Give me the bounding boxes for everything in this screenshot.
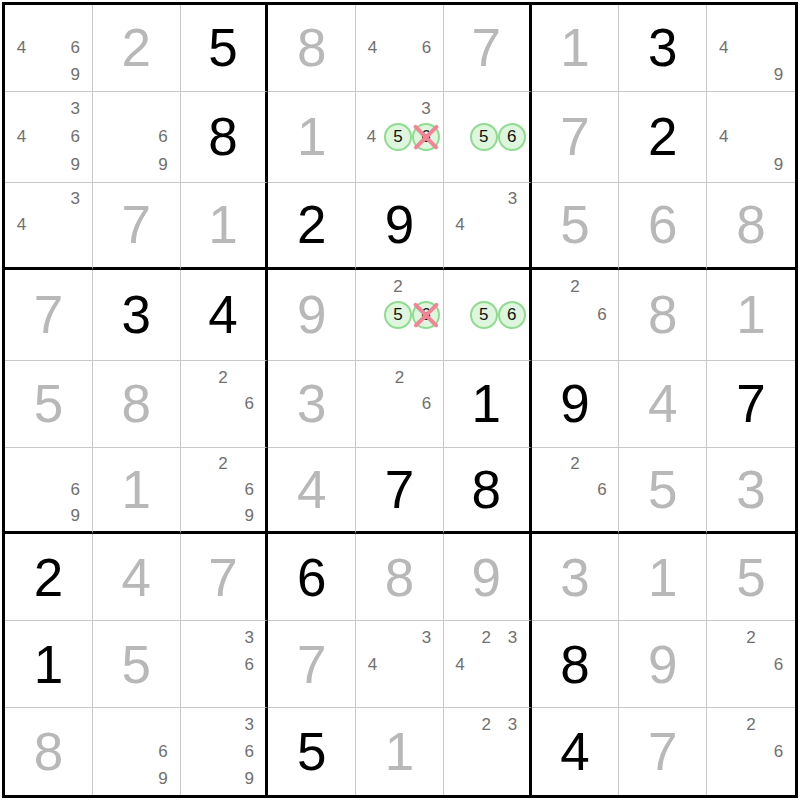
- candidate-slot-1: [8, 8, 35, 35]
- cell-r5c9[interactable]: 7: [707, 361, 795, 448]
- cell-value-8: 8: [472, 463, 501, 516]
- cell-value-1: 1: [385, 725, 414, 778]
- candidate-slot-9: [765, 765, 792, 792]
- cell-value-9: 9: [385, 198, 414, 251]
- candidate-slot-1: [447, 95, 470, 123]
- candidate-6[interactable]: 6: [71, 128, 80, 145]
- cell-value-7: 7: [560, 110, 589, 163]
- candidate-6[interactable]: 6: [412, 301, 440, 329]
- candidate-2[interactable]: 2: [218, 369, 227, 386]
- candidate-2[interactable]: 2: [395, 369, 404, 386]
- cell-r2c8[interactable]: 2: [619, 92, 707, 183]
- cell-value-8: 8: [121, 377, 150, 430]
- candidate-slot-6: 6: [589, 301, 616, 329]
- candidate-6[interactable]: 6: [244, 481, 253, 498]
- candidate-slot-3: [62, 451, 89, 477]
- candidate-slot-1: [710, 8, 737, 35]
- cell-r1c8[interactable]: 3: [619, 5, 707, 92]
- candidate-slot-2: [35, 451, 62, 477]
- cell-value-3: 3: [297, 377, 326, 430]
- cell-r7c9[interactable]: 5: [707, 534, 795, 621]
- candidate-slot-5: [737, 738, 764, 765]
- candidate-slot-7: [184, 417, 210, 444]
- candidate-2[interactable]: 2: [482, 629, 491, 646]
- candidate-slot-8: [35, 151, 62, 179]
- candidate-slot-6: [62, 212, 89, 238]
- candidate-9[interactable]: 9: [774, 66, 783, 83]
- candidate-slot-9: [499, 678, 525, 705]
- candidate-2[interactable]: 2: [746, 629, 755, 646]
- candidate-slot-7: [710, 151, 737, 179]
- cell-value-1: 1: [34, 638, 63, 691]
- candidate-slot-3: [413, 364, 440, 391]
- candidate-slot-3: [765, 711, 792, 738]
- candidate-slot-3: 3: [236, 711, 262, 738]
- candidate-5[interactable]: 5: [470, 123, 498, 151]
- cell-r9c5[interactable]: 1: [356, 708, 444, 795]
- candidate-slot-4: [8, 477, 35, 503]
- candidate-2[interactable]: 2: [482, 716, 491, 733]
- candidate-slot-3: [150, 95, 177, 123]
- cell-r7c3[interactable]: 7: [181, 534, 269, 621]
- candidate-slot-5: [210, 390, 236, 417]
- candidate-slot-6: 6: [412, 123, 440, 151]
- candidate-slot-6: 6: [236, 738, 262, 765]
- candidate-slot-5: [210, 477, 236, 503]
- cell-r7c5[interactable]: 8: [356, 534, 444, 621]
- candidate-slot-3: [765, 95, 792, 123]
- candidate-9[interactable]: 9: [71, 66, 80, 83]
- candidate-slot-5: [386, 390, 413, 417]
- candidate-slot-3: [765, 624, 792, 651]
- candidate-slot-1: [8, 451, 35, 477]
- cell-value-3: 3: [560, 551, 589, 604]
- candidate-3[interactable]: 3: [422, 629, 431, 646]
- candidate-slot-4: [96, 738, 123, 765]
- candidate-4[interactable]: 4: [455, 216, 464, 233]
- cell-value-1: 1: [560, 21, 589, 74]
- candidate-slot-2: 2: [562, 451, 589, 477]
- candidate-slot-8: [737, 151, 764, 179]
- candidate-2[interactable]: 2: [570, 455, 579, 472]
- cell-value-6: 6: [297, 551, 326, 604]
- cell-r8c1[interactable]: 1: [5, 621, 93, 708]
- candidate-slot-8: [737, 765, 764, 792]
- candidate-slot-4: 4: [8, 123, 35, 151]
- candidate-5[interactable]: 5: [384, 123, 412, 151]
- candidate-slot-8: [210, 502, 236, 528]
- candidate-6[interactable]: 6: [422, 395, 431, 412]
- candidate-slot-4: 4: [447, 651, 473, 678]
- cell-r3c9[interactable]: 8: [707, 183, 795, 270]
- candidate-slot-1: [535, 451, 562, 477]
- candidate-slot-5: [210, 738, 236, 765]
- candidate-slot-6: 6: [236, 390, 262, 417]
- cell-r6c8[interactable]: 5: [619, 448, 707, 535]
- candidate-slot-8: [386, 61, 413, 88]
- candidate-slot-3: 3: [62, 95, 89, 123]
- cell-r8c8[interactable]: 9: [619, 621, 707, 708]
- cell-r1c7[interactable]: 1: [532, 5, 620, 92]
- candidate-6[interactable]: 6: [498, 301, 526, 329]
- candidate-4[interactable]: 4: [719, 39, 728, 56]
- candidate-slot-2: [737, 95, 764, 123]
- candidate-slot-2: 2: [210, 364, 236, 391]
- cell-value-4: 4: [648, 377, 677, 430]
- candidate-slot-5: [562, 301, 589, 329]
- candidate-3[interactable]: 3: [421, 100, 430, 117]
- candidate-4[interactable]: 4: [719, 128, 728, 145]
- candidate-slot-8: [35, 502, 62, 528]
- cell-r6c1[interactable]: 69: [5, 448, 93, 535]
- candidate-slot-6: 6: [150, 123, 177, 151]
- candidate-4[interactable]: 4: [368, 656, 377, 673]
- cell-r7c4[interactable]: 6: [268, 534, 356, 621]
- cell-r3c6[interactable]: 34: [444, 183, 532, 270]
- candidate-slot-2: [473, 186, 499, 212]
- cell-r7c6[interactable]: 9: [444, 534, 532, 621]
- candidate-slot-5: [473, 738, 499, 765]
- cell-r3c8[interactable]: 6: [619, 183, 707, 270]
- candidate-6[interactable]: 6: [422, 39, 431, 56]
- candidate-slot-3: [236, 451, 262, 477]
- candidate-slot-3: [589, 273, 616, 301]
- candidate-slot-5: [737, 35, 764, 62]
- candidate-slot-4: [447, 738, 473, 765]
- candidate-3[interactable]: 3: [508, 629, 517, 646]
- candidate-slot-4: [359, 301, 384, 329]
- candidate-5[interactable]: 5: [470, 301, 498, 329]
- cell-r2c5[interactable]: 3456: [356, 92, 444, 183]
- candidate-slot-6: 6: [498, 123, 526, 151]
- cell-r4c6[interactable]: 56: [444, 270, 532, 361]
- candidate-slot-3: [62, 8, 89, 35]
- cell-r5c4[interactable]: 3: [268, 361, 356, 448]
- candidate-6[interactable]: 6: [498, 123, 526, 151]
- cell-r4c9[interactable]: 1: [707, 270, 795, 361]
- candidate-slot-2: 2: [384, 273, 412, 301]
- cell-value-5: 5: [121, 638, 150, 691]
- cell-r5c3[interactable]: 26: [181, 361, 269, 448]
- cell-r6c9[interactable]: 3: [707, 448, 795, 535]
- candidate-slot-9: [413, 417, 440, 444]
- cell-r1c1[interactable]: 469: [5, 5, 93, 92]
- cell-r5c7[interactable]: 9: [532, 361, 620, 448]
- candidate-slot-5: [386, 35, 413, 62]
- candidate-6[interactable]: 6: [244, 743, 253, 760]
- candidate-4[interactable]: 4: [367, 128, 376, 145]
- cell-r6c5[interactable]: 7: [356, 448, 444, 535]
- sudoku-app: 4692584671349346969813456567249347129345…: [0, 0, 800, 800]
- cell-r9c6[interactable]: 23: [444, 708, 532, 795]
- candidate-slot-4: [710, 738, 737, 765]
- candidate-slot-7: [96, 151, 123, 179]
- cell-value-8: 8: [736, 198, 765, 251]
- candidate-2[interactable]: 2: [570, 278, 579, 295]
- cell-r4c8[interactable]: 8: [619, 270, 707, 361]
- cell-r1c2[interactable]: 2: [93, 5, 181, 92]
- candidate-slot-1: [184, 624, 210, 651]
- candidate-slot-7: [8, 502, 35, 528]
- candidate-9[interactable]: 9: [71, 507, 80, 524]
- candidate-slot-3: 3: [499, 624, 525, 651]
- cell-r2c2[interactable]: 69: [93, 92, 181, 183]
- cell-value-5: 5: [34, 377, 63, 430]
- candidate-4[interactable]: 4: [17, 39, 26, 56]
- candidate-4[interactable]: 4: [455, 656, 464, 673]
- candidate-slot-9: [62, 238, 89, 264]
- candidate-6[interactable]: 6: [71, 481, 80, 498]
- candidate-slot-1: [447, 273, 470, 301]
- candidate-slot-4: [184, 738, 210, 765]
- cell-value-3: 3: [648, 21, 677, 74]
- cell-value-1: 1: [736, 288, 765, 341]
- cell-value-7: 7: [208, 551, 237, 604]
- candidate-slot-7: [359, 151, 384, 179]
- candidate-slot-9: [236, 417, 262, 444]
- cell-value-1: 1: [472, 377, 501, 430]
- cell-value-3: 3: [121, 288, 150, 341]
- cell-r7c2[interactable]: 4: [93, 534, 181, 621]
- candidate-slot-2: [35, 186, 62, 212]
- cell-r9c2[interactable]: 69: [93, 708, 181, 795]
- cell-value-4: 4: [297, 463, 326, 516]
- cell-r3c2[interactable]: 7: [93, 183, 181, 270]
- candidate-slot-6: [499, 738, 525, 765]
- candidate-slot-2: [210, 711, 236, 738]
- candidate-slot-5: [35, 212, 62, 238]
- candidate-slot-2: [386, 624, 413, 651]
- candidate-slot-4: [359, 390, 386, 417]
- cell-r9c4[interactable]: 5: [268, 708, 356, 795]
- candidate-slot-6: 6: [498, 301, 526, 329]
- cell-r6c7[interactable]: 26: [532, 448, 620, 535]
- candidate-6[interactable]: 6: [412, 123, 440, 151]
- candidate-slot-3: 3: [499, 186, 525, 212]
- cell-r9c9[interactable]: 26: [707, 708, 795, 795]
- cell-r9c7[interactable]: 4: [532, 708, 620, 795]
- cell-r2c7[interactable]: 7: [532, 92, 620, 183]
- candidate-slot-8: [473, 238, 499, 264]
- cell-r5c8[interactable]: 4: [619, 361, 707, 448]
- cell-r6c4[interactable]: 4: [268, 448, 356, 535]
- candidate-slot-7: [359, 417, 386, 444]
- cell-r5c2[interactable]: 8: [93, 361, 181, 448]
- candidate-slot-9: [589, 329, 616, 357]
- candidate-slot-3: [498, 95, 526, 123]
- cell-r9c1[interactable]: 8: [5, 708, 93, 795]
- candidate-slot-2: [384, 95, 412, 123]
- candidate-9[interactable]: 9: [244, 770, 253, 787]
- cell-r4c2[interactable]: 3: [93, 270, 181, 361]
- candidate-4[interactable]: 4: [17, 216, 26, 233]
- candidate-3[interactable]: 3: [244, 629, 253, 646]
- cell-value-5: 5: [208, 21, 237, 74]
- cell-r1c5[interactable]: 46: [356, 5, 444, 92]
- cell-r7c7[interactable]: 3: [532, 534, 620, 621]
- candidate-6[interactable]: 6: [158, 128, 167, 145]
- cell-r4c7[interactable]: 26: [532, 270, 620, 361]
- cell-value-8: 8: [560, 638, 589, 691]
- cell-r4c4[interactable]: 9: [268, 270, 356, 361]
- candidate-slot-8: [470, 151, 498, 179]
- candidate-6[interactable]: 6: [597, 481, 606, 498]
- cell-r5c6[interactable]: 1: [444, 361, 532, 448]
- cell-r2c1[interactable]: 3469: [5, 92, 93, 183]
- candidate-slot-4: 4: [8, 212, 35, 238]
- cell-r2c9[interactable]: 49: [707, 92, 795, 183]
- candidate-slot-1: [8, 186, 35, 212]
- candidate-slot-4: 4: [359, 123, 384, 151]
- cell-r5c1[interactable]: 5: [5, 361, 93, 448]
- candidate-slot-9: [499, 238, 525, 264]
- candidate-4[interactable]: 4: [368, 39, 377, 56]
- cell-r2c6[interactable]: 56: [444, 92, 532, 183]
- cell-value-5: 5: [648, 463, 677, 516]
- candidate-slot-7: [535, 329, 562, 357]
- cell-value-8: 8: [208, 110, 237, 163]
- candidate-9[interactable]: 9: [158, 156, 167, 173]
- candidate-slot-8: [35, 238, 62, 264]
- candidate-6[interactable]: 6: [597, 306, 606, 323]
- cell-r2c4[interactable]: 1: [268, 92, 356, 183]
- candidate-slot-3: 3: [62, 186, 89, 212]
- candidate-slot-1: [184, 364, 210, 391]
- candidate-3[interactable]: 3: [244, 716, 253, 733]
- candidate-5[interactable]: 5: [384, 301, 412, 329]
- cell-r6c3[interactable]: 269: [181, 448, 269, 535]
- cell-r3c3[interactable]: 1: [181, 183, 269, 270]
- cell-r3c5[interactable]: 9: [356, 183, 444, 270]
- candidate-slot-9: 9: [236, 765, 262, 792]
- candidate-slot-3: 3: [499, 711, 525, 738]
- candidate-slot-2: 2: [473, 624, 499, 651]
- cell-r6c2[interactable]: 1: [93, 448, 181, 535]
- cell-r8c6[interactable]: 234: [444, 621, 532, 708]
- candidate-6[interactable]: 6: [244, 395, 253, 412]
- candidate-slot-1: [8, 95, 35, 123]
- candidate-slot-1: [359, 364, 386, 391]
- candidate-slot-2: 2: [473, 711, 499, 738]
- candidate-slot-3: [236, 364, 262, 391]
- cell-r7c8[interactable]: 1: [619, 534, 707, 621]
- cell-r9c3[interactable]: 369: [181, 708, 269, 795]
- candidate-slot-7: [447, 238, 473, 264]
- cell-r4c3[interactable]: 4: [181, 270, 269, 361]
- candidate-slot-7: [447, 765, 473, 792]
- candidate-3[interactable]: 3: [508, 190, 517, 207]
- candidate-slot-5: [35, 35, 62, 62]
- candidate-slot-9: [412, 151, 440, 179]
- candidate-slot-4: [710, 651, 737, 678]
- cell-r1c3[interactable]: 5: [181, 5, 269, 92]
- cell-r8c4[interactable]: 7: [268, 621, 356, 708]
- candidate-2[interactable]: 2: [218, 455, 227, 472]
- candidate-2[interactable]: 2: [393, 278, 402, 295]
- cell-r1c6[interactable]: 7: [444, 5, 532, 92]
- candidate-slot-2: [470, 273, 498, 301]
- candidate-slot-1: [447, 711, 473, 738]
- candidate-2[interactable]: 2: [746, 716, 755, 733]
- cell-value-4: 4: [121, 551, 150, 604]
- cell-r4c1[interactable]: 7: [5, 270, 93, 361]
- candidate-slot-4: 4: [8, 35, 35, 62]
- candidate-slot-5: [473, 651, 499, 678]
- candidate-3[interactable]: 3: [71, 190, 80, 207]
- candidate-slot-7: [447, 151, 470, 179]
- cell-r8c2[interactable]: 5: [93, 621, 181, 708]
- candidate-slot-8: [473, 678, 499, 705]
- candidate-slot-5: [386, 651, 413, 678]
- cell-value-3: 3: [736, 463, 765, 516]
- cell-r8c7[interactable]: 8: [532, 621, 620, 708]
- candidate-6[interactable]: 6: [774, 743, 783, 760]
- candidate-slot-7: [447, 329, 470, 357]
- candidate-slot-9: 9: [765, 151, 792, 179]
- candidate-slot-7: [96, 765, 123, 792]
- cell-r3c1[interactable]: 34: [5, 183, 93, 270]
- candidate-slot-6: [765, 123, 792, 151]
- cell-r8c9[interactable]: 26: [707, 621, 795, 708]
- cell-r8c5[interactable]: 34: [356, 621, 444, 708]
- cell-value-5: 5: [560, 198, 589, 251]
- cell-r6c6[interactable]: 8: [444, 448, 532, 535]
- candidate-slot-5: [35, 123, 62, 151]
- candidate-6[interactable]: 6: [158, 743, 167, 760]
- candidate-slot-3: [765, 8, 792, 35]
- candidate-slot-5: [562, 477, 589, 503]
- candidate-slot-6: 6: [765, 651, 792, 678]
- candidate-9[interactable]: 9: [774, 156, 783, 173]
- candidate-slot-8: [35, 61, 62, 88]
- candidate-slot-8: [210, 678, 236, 705]
- candidate-slot-8: [386, 678, 413, 705]
- candidate-slot-8: [384, 329, 412, 357]
- cell-r9c8[interactable]: 7: [619, 708, 707, 795]
- candidate-slot-6: 6: [150, 738, 177, 765]
- candidate-6[interactable]: 6: [244, 656, 253, 673]
- cell-r5c5[interactable]: 26: [356, 361, 444, 448]
- candidate-9[interactable]: 9: [71, 156, 80, 173]
- candidate-6[interactable]: 6: [71, 39, 80, 56]
- candidate-9[interactable]: 9: [158, 770, 167, 787]
- cell-r1c4[interactable]: 8: [268, 5, 356, 92]
- candidate-4[interactable]: 4: [17, 128, 26, 145]
- cell-r3c4[interactable]: 2: [268, 183, 356, 270]
- candidate-slot-9: [413, 678, 440, 705]
- cell-value-1: 1: [208, 198, 237, 251]
- cell-value-2: 2: [297, 198, 326, 251]
- cell-value-9: 9: [648, 638, 677, 691]
- candidate-3[interactable]: 3: [508, 716, 517, 733]
- candidate-slot-8: [386, 417, 413, 444]
- cell-r7c1[interactable]: 2: [5, 534, 93, 621]
- candidate-9[interactable]: 9: [244, 507, 253, 524]
- cell-r8c3[interactable]: 36: [181, 621, 269, 708]
- cell-r4c5[interactable]: 256: [356, 270, 444, 361]
- candidate-slot-3: 3: [236, 624, 262, 651]
- cell-r2c3[interactable]: 8: [181, 92, 269, 183]
- candidate-slot-9: [498, 329, 526, 357]
- cell-r1c9[interactable]: 49: [707, 5, 795, 92]
- candidate-slot-3: [150, 711, 177, 738]
- cell-value-7: 7: [34, 288, 63, 341]
- cell-r3c7[interactable]: 5: [532, 183, 620, 270]
- candidate-6[interactable]: 6: [774, 656, 783, 673]
- candidate-slot-6: 6: [412, 301, 440, 329]
- candidate-3[interactable]: 3: [71, 100, 80, 117]
- candidate-slot-8: [123, 151, 150, 179]
